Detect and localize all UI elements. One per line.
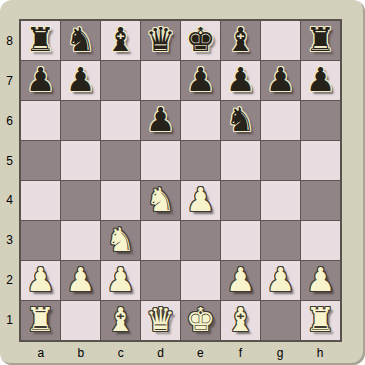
square-f1[interactable]: ♝ [221, 301, 260, 340]
piece-black-pawn[interactable]: ♟ [226, 63, 256, 96]
square-g3[interactable] [261, 221, 300, 260]
square-g6[interactable] [261, 101, 300, 140]
square-b7[interactable]: ♟ [61, 61, 100, 100]
piece-white-pawn[interactable]: ♟ [106, 263, 136, 296]
square-g7[interactable]: ♟ [261, 61, 300, 100]
rank-label-3: 3 [0, 220, 19, 260]
square-d8[interactable]: ♛ [141, 21, 180, 60]
piece-black-bishop[interactable]: ♝ [226, 23, 256, 56]
square-b5[interactable] [61, 141, 100, 180]
square-f4[interactable] [221, 181, 260, 220]
piece-black-king[interactable]: ♚ [186, 23, 216, 56]
file-label-b: b [61, 343, 101, 363]
rank-label-8: 8 [0, 21, 19, 61]
square-g4[interactable] [261, 181, 300, 220]
square-a8[interactable]: ♜ [21, 21, 60, 60]
square-a6[interactable] [21, 101, 60, 140]
square-h8[interactable]: ♜ [301, 21, 340, 60]
square-h2[interactable]: ♟ [301, 261, 340, 300]
square-e7[interactable]: ♟ [181, 61, 220, 100]
square-a7[interactable]: ♟ [21, 61, 60, 100]
square-h4[interactable] [301, 181, 340, 220]
square-c8[interactable]: ♝ [101, 21, 140, 60]
piece-black-queen[interactable]: ♛ [146, 23, 176, 56]
piece-black-rook[interactable]: ♜ [26, 23, 56, 56]
square-e3[interactable] [181, 221, 220, 260]
square-f3[interactable] [221, 221, 260, 260]
piece-white-pawn[interactable]: ♟ [266, 263, 296, 296]
piece-black-pawn[interactable]: ♟ [66, 63, 96, 96]
file-label-h: h [300, 343, 340, 363]
square-e4[interactable]: ♟ [181, 181, 220, 220]
rank-label-5: 5 [0, 141, 19, 181]
square-b1[interactable] [61, 301, 100, 340]
rank-labels: 87654321 [0, 21, 19, 340]
square-h5[interactable] [301, 141, 340, 180]
square-h3[interactable] [301, 221, 340, 260]
square-e1[interactable]: ♚ [181, 301, 220, 340]
piece-white-knight[interactable]: ♞ [146, 183, 176, 216]
square-a3[interactable] [21, 221, 60, 260]
square-e2[interactable] [181, 261, 220, 300]
square-b6[interactable] [61, 101, 100, 140]
square-c7[interactable] [101, 61, 140, 100]
piece-white-pawn[interactable]: ♟ [26, 263, 56, 296]
square-a1[interactable]: ♜ [21, 301, 60, 340]
file-label-d: d [141, 343, 181, 363]
square-c4[interactable] [101, 181, 140, 220]
square-b8[interactable]: ♞ [61, 21, 100, 60]
file-labels: abcdefgh [21, 343, 340, 363]
board-panel: 87654321 ♜♞♝♛♚♝♜♟♟♟♟♟♟♟♞♞♟♞♟♟♟♟♟♟♜♝♛♚♝♜ … [0, 0, 365, 365]
square-g8[interactable] [261, 21, 300, 60]
piece-white-queen[interactable]: ♛ [146, 303, 176, 336]
square-c2[interactable]: ♟ [101, 261, 140, 300]
rank-label-4: 4 [0, 181, 19, 221]
piece-black-pawn[interactable]: ♟ [306, 63, 336, 96]
square-h6[interactable] [301, 101, 340, 140]
piece-black-pawn[interactable]: ♟ [26, 63, 56, 96]
piece-white-pawn[interactable]: ♟ [306, 263, 336, 296]
square-a2[interactable]: ♟ [21, 261, 60, 300]
piece-white-bishop[interactable]: ♝ [226, 303, 256, 336]
piece-black-pawn[interactable]: ♟ [146, 103, 176, 136]
square-c1[interactable]: ♝ [101, 301, 140, 340]
square-h1[interactable]: ♜ [301, 301, 340, 340]
rank-label-7: 7 [0, 61, 19, 101]
piece-black-knight[interactable]: ♞ [66, 23, 96, 56]
rank-label-6: 6 [0, 101, 19, 141]
square-g2[interactable]: ♟ [261, 261, 300, 300]
chess-board: ♜♞♝♛♚♝♜♟♟♟♟♟♟♟♞♞♟♞♟♟♟♟♟♟♜♝♛♚♝♜ [19, 19, 342, 342]
square-d2[interactable] [141, 261, 180, 300]
piece-black-pawn[interactable]: ♟ [266, 63, 296, 96]
square-b3[interactable] [61, 221, 100, 260]
square-b4[interactable] [61, 181, 100, 220]
square-c5[interactable] [101, 141, 140, 180]
piece-white-pawn[interactable]: ♟ [186, 183, 216, 216]
piece-black-knight[interactable]: ♞ [226, 103, 256, 136]
piece-black-pawn[interactable]: ♟ [186, 63, 216, 96]
square-f2[interactable]: ♟ [221, 261, 260, 300]
square-g5[interactable] [261, 141, 300, 180]
piece-black-rook[interactable]: ♜ [306, 23, 336, 56]
file-label-f: f [220, 343, 260, 363]
square-f5[interactable] [221, 141, 260, 180]
square-e6[interactable] [181, 101, 220, 140]
file-label-c: c [101, 343, 141, 363]
piece-white-pawn[interactable]: ♟ [66, 263, 96, 296]
square-d7[interactable] [141, 61, 180, 100]
square-d1[interactable]: ♛ [141, 301, 180, 340]
square-c6[interactable] [101, 101, 140, 140]
square-e8[interactable]: ♚ [181, 21, 220, 60]
square-g1[interactable] [261, 301, 300, 340]
piece-white-knight[interactable]: ♞ [106, 223, 136, 256]
piece-white-rook[interactable]: ♜ [306, 303, 336, 336]
piece-white-pawn[interactable]: ♟ [226, 263, 256, 296]
square-e5[interactable] [181, 141, 220, 180]
rank-label-2: 2 [0, 260, 19, 300]
rank-label-1: 1 [0, 300, 19, 340]
square-h7[interactable]: ♟ [301, 61, 340, 100]
file-label-g: g [260, 343, 300, 363]
file-label-e: e [181, 343, 221, 363]
piece-white-king[interactable]: ♚ [186, 303, 216, 336]
square-c3[interactable]: ♞ [101, 221, 140, 260]
square-d4[interactable]: ♞ [141, 181, 180, 220]
square-f8[interactable]: ♝ [221, 21, 260, 60]
square-a5[interactable] [21, 141, 60, 180]
square-d6[interactable]: ♟ [141, 101, 180, 140]
square-f7[interactable]: ♟ [221, 61, 260, 100]
square-b2[interactable]: ♟ [61, 261, 100, 300]
piece-black-bishop[interactable]: ♝ [106, 23, 136, 56]
square-d3[interactable] [141, 221, 180, 260]
piece-white-rook[interactable]: ♜ [26, 303, 56, 336]
square-f6[interactable]: ♞ [221, 101, 260, 140]
piece-white-bishop[interactable]: ♝ [106, 303, 136, 336]
square-a4[interactable] [21, 181, 60, 220]
square-d5[interactable] [141, 141, 180, 180]
file-label-a: a [21, 343, 61, 363]
